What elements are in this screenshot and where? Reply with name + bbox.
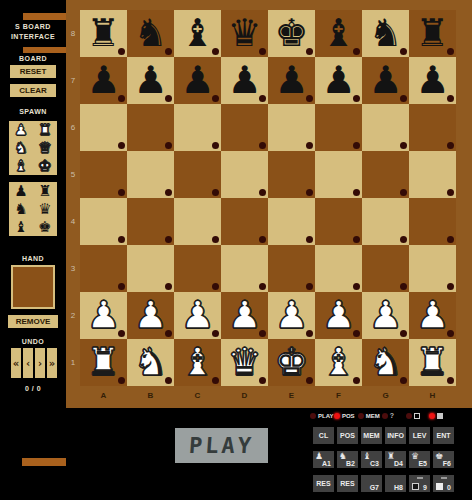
square-d5[interactable] xyxy=(221,151,268,198)
sensor-dot xyxy=(306,189,313,196)
square-h1[interactable]: ♜ xyxy=(409,339,456,386)
led-indicator-row: PLAYPOSMEM? xyxy=(310,411,470,420)
led-lit xyxy=(334,413,340,419)
square-c3[interactable] xyxy=(174,245,221,292)
sensor-dot xyxy=(118,189,125,196)
undo-controls: «‹›» xyxy=(11,348,57,378)
square-b6[interactable] xyxy=(127,104,174,151)
led-lit xyxy=(429,413,435,419)
spawn-white-knight[interactable]: ♞ xyxy=(9,139,33,157)
sensor-dot xyxy=(447,95,454,102)
spawn-white-bishop[interactable]: ♝ xyxy=(9,157,33,175)
sensor-dot xyxy=(165,95,172,102)
square-d4[interactable] xyxy=(221,198,268,245)
sensor-dot xyxy=(353,377,360,384)
square-h2[interactable]: ♟ xyxy=(409,292,456,339)
filled-square-icon xyxy=(437,413,443,419)
square-d7[interactable]: ♟ xyxy=(221,57,268,104)
rank-label-5: 5 xyxy=(66,151,80,198)
square-d1[interactable]: ♛ xyxy=(221,339,268,386)
square-f6[interactable] xyxy=(315,104,362,151)
key-label: 9 xyxy=(423,484,427,491)
square-d3[interactable] xyxy=(221,245,268,292)
black-square-icon xyxy=(412,483,419,490)
hand-slot[interactable] xyxy=(11,265,55,309)
square-e5[interactable] xyxy=(268,151,315,198)
keypad-row-2: ♟A1♞B2♝C3♜D4♛E5♚F6 xyxy=(313,451,454,468)
file-label-F: F xyxy=(315,386,362,406)
led-dim xyxy=(358,413,364,419)
sensor-dot xyxy=(165,377,172,384)
sensor-dot xyxy=(306,330,313,337)
led-dim xyxy=(406,413,412,419)
interface-title-line2: INTERFACE xyxy=(0,33,66,40)
square-g3[interactable] xyxy=(362,245,409,292)
piece-glyph: ♟ xyxy=(14,182,27,200)
key-label: A1 xyxy=(322,460,331,467)
sensor-dot xyxy=(306,283,313,290)
square-e3[interactable] xyxy=(268,245,315,292)
sensor-dot xyxy=(118,283,125,290)
square-g1[interactable]: ♞ xyxy=(362,339,409,386)
square-g8[interactable]: ♞ xyxy=(362,10,409,57)
rank-label-8: 8 xyxy=(66,10,80,57)
square-a4[interactable] xyxy=(80,198,127,245)
square-d6[interactable] xyxy=(221,104,268,151)
square-a1[interactable]: ♜ xyxy=(80,339,127,386)
sensor-dot xyxy=(259,283,266,290)
dash-icon xyxy=(417,477,423,479)
res-key-2[interactable]: RES xyxy=(337,475,358,492)
spawn-black-queen[interactable]: ♛ xyxy=(33,200,57,218)
indicator-label: MEM xyxy=(366,413,380,419)
square-g7[interactable]: ♟ xyxy=(362,57,409,104)
square-b4[interactable] xyxy=(127,198,174,245)
c3-key[interactable]: ♝C3 xyxy=(361,451,382,468)
square-f7[interactable]: ♟ xyxy=(315,57,362,104)
ent-key[interactable]: ENT xyxy=(433,427,454,444)
spawn-white-queen[interactable]: ♛ xyxy=(33,139,57,157)
key-label: B2 xyxy=(346,460,355,467)
key-label: G7 xyxy=(370,484,379,491)
keypad-row-3: RESRESG7H890 xyxy=(313,475,454,492)
spawn-palette-black: ♟♜♞♛♝♚ xyxy=(9,182,57,236)
sensor-dot xyxy=(400,189,407,196)
square-f4[interactable] xyxy=(315,198,362,245)
square-a3[interactable] xyxy=(80,245,127,292)
square-b1[interactable]: ♞ xyxy=(127,339,174,386)
square-f3[interactable] xyxy=(315,245,362,292)
rank-label-2: 2 xyxy=(66,292,80,339)
square-c1[interactable]: ♝ xyxy=(174,339,221,386)
sensor-dot xyxy=(306,95,313,102)
sensor-dot xyxy=(165,48,172,55)
keypad-row-1: CLPOSMEMINFOLEVENT xyxy=(313,427,454,444)
9-key[interactable]: 9 xyxy=(409,475,430,492)
spawn-white-rook[interactable]: ♜ xyxy=(33,121,57,139)
square-c2[interactable]: ♟ xyxy=(174,292,221,339)
square-c5[interactable] xyxy=(174,151,221,198)
remove-button[interactable]: REMOVE xyxy=(8,315,58,328)
square-c4[interactable] xyxy=(174,198,221,245)
sensor-dot xyxy=(118,330,125,337)
square-b8[interactable]: ♞ xyxy=(127,10,174,57)
sensor-dot xyxy=(447,377,454,384)
sensor-dot xyxy=(212,95,219,102)
undo-count: 0 / 0 xyxy=(0,385,66,392)
square-h8[interactable]: ♜ xyxy=(409,10,456,57)
square-b5[interactable] xyxy=(127,151,174,198)
rank-label-4: 4 xyxy=(66,198,80,245)
sensor-dot xyxy=(212,377,219,384)
square-a6[interactable] xyxy=(80,104,127,151)
square-e6[interactable] xyxy=(268,104,315,151)
sensor-dot xyxy=(259,48,266,55)
square-h6[interactable] xyxy=(409,104,456,151)
square-c6[interactable] xyxy=(174,104,221,151)
hand-section-label: HAND xyxy=(0,255,66,262)
lcd-text: PLAY xyxy=(188,433,255,458)
sensor-dot xyxy=(118,142,125,149)
piece-glyph: ♚ xyxy=(38,157,51,175)
spawn-black-bishop[interactable]: ♝ xyxy=(9,218,33,236)
info-key[interactable]: INFO xyxy=(385,427,406,444)
spawn-white-king[interactable]: ♚ xyxy=(33,157,57,175)
key-label: D4 xyxy=(394,460,403,467)
sensor-dot xyxy=(447,48,454,55)
key-label: F6 xyxy=(443,460,451,467)
indicator-label: PLAY xyxy=(318,413,333,419)
sensor-dot xyxy=(353,95,360,102)
undo-first-button[interactable]: « xyxy=(11,348,21,378)
piece-glyph: ♛ xyxy=(38,139,51,157)
piece-glyph: ♞ xyxy=(14,200,27,218)
square-c8[interactable]: ♝ xyxy=(174,10,221,57)
spawn-black-knight[interactable]: ♞ xyxy=(9,200,33,218)
key-label: 0 xyxy=(447,484,451,491)
sidebar-top-bar xyxy=(23,13,66,20)
square-f2[interactable]: ♟ xyxy=(315,292,362,339)
piece-glyph: ♝ xyxy=(14,157,27,175)
undo-back-button[interactable]: ‹ xyxy=(23,348,33,378)
lcd-display: PLAY xyxy=(175,428,268,463)
sensor-dot xyxy=(306,377,313,384)
board-frame: 87654321 ♜♞♝♛♚♝♞♜♟♟♟♟♟♟♟♟♟♟♟♟♟♟♟♟♜♞♝♛♚♝♞… xyxy=(66,0,472,408)
f6-key[interactable]: ♚F6 xyxy=(433,451,454,468)
sensor-dot xyxy=(353,283,360,290)
undo-forward-button[interactable]: › xyxy=(35,348,45,378)
spawn-palette-white: ♟♜♞♛♝♚ xyxy=(9,121,57,175)
sensor-dot xyxy=(259,142,266,149)
lev-key[interactable]: LEV xyxy=(409,427,430,444)
square-b3[interactable] xyxy=(127,245,174,292)
sensor-dot xyxy=(165,189,172,196)
b2-key[interactable]: ♞B2 xyxy=(337,451,358,468)
spawn-white-pawn[interactable]: ♟ xyxy=(9,121,33,139)
sensor-dot xyxy=(118,48,125,55)
square-e2[interactable]: ♟ xyxy=(268,292,315,339)
sidebar-divider-bar xyxy=(23,47,66,53)
file-label-E: E xyxy=(268,386,315,406)
rank-label-3: 3 xyxy=(66,245,80,292)
undo-last-button[interactable]: » xyxy=(47,348,57,378)
key-label: H8 xyxy=(394,484,403,491)
file-label-H: H xyxy=(409,386,456,406)
file-label-B: B xyxy=(127,386,174,406)
spawn-black-pawn[interactable]: ♟ xyxy=(9,182,33,200)
square-h3[interactable] xyxy=(409,245,456,292)
square-c7[interactable]: ♟ xyxy=(174,57,221,104)
sensor-dot xyxy=(400,236,407,243)
square-d2[interactable]: ♟ xyxy=(221,292,268,339)
square-g5[interactable] xyxy=(362,151,409,198)
chess-board: ♜♞♝♛♚♝♞♜♟♟♟♟♟♟♟♟♟♟♟♟♟♟♟♟♜♞♝♛♚♝♞♜ xyxy=(80,10,456,386)
key-label: LEV xyxy=(409,427,430,444)
key-label: E5 xyxy=(418,460,427,467)
sensor-dot xyxy=(165,330,172,337)
sensor-dot xyxy=(212,283,219,290)
square-g4[interactable] xyxy=(362,198,409,245)
sensor-dot xyxy=(212,142,219,149)
piece-glyph: ♟ xyxy=(14,121,27,139)
rank-label-1: 1 xyxy=(66,339,80,386)
key-label: POS xyxy=(337,427,358,444)
led-dim xyxy=(310,413,316,419)
pos-key[interactable]: POS xyxy=(337,427,358,444)
sensor-dot xyxy=(447,236,454,243)
sensor-dot xyxy=(400,377,407,384)
indicator-question: ? xyxy=(382,411,406,420)
file-label-A: A xyxy=(80,386,127,406)
indicator-square-filled xyxy=(429,411,453,420)
square-a5[interactable] xyxy=(80,151,127,198)
sensor-dot xyxy=(212,330,219,337)
sensor-dot xyxy=(400,95,407,102)
sensor-dot xyxy=(165,236,172,243)
cl-key[interactable]: CL xyxy=(313,427,334,444)
led-dim xyxy=(382,413,388,419)
file-label-G: G xyxy=(362,386,409,406)
piece-glyph: ♚ xyxy=(38,218,51,236)
square-f1[interactable]: ♝ xyxy=(315,339,362,386)
square-d8[interactable]: ♛ xyxy=(221,10,268,57)
piece-glyph: ♞ xyxy=(14,139,27,157)
sensor-dot xyxy=(259,377,266,384)
square-e1[interactable]: ♚ xyxy=(268,339,315,386)
sensor-dot xyxy=(118,95,125,102)
sensor-dot xyxy=(259,236,266,243)
square-g6[interactable] xyxy=(362,104,409,151)
square-a8[interactable]: ♜ xyxy=(80,10,127,57)
sensor-dot xyxy=(353,48,360,55)
g7-key[interactable]: G7 xyxy=(361,475,382,492)
key-label: C3 xyxy=(370,460,379,467)
spawn-section-label: SPAWN xyxy=(0,108,66,115)
sensor-dot xyxy=(400,142,407,149)
spawn-black-king[interactable]: ♚ xyxy=(33,218,57,236)
square-h4[interactable] xyxy=(409,198,456,245)
sensor-dot xyxy=(353,189,360,196)
sensor-dot xyxy=(447,330,454,337)
square-h7[interactable]: ♟ xyxy=(409,57,456,104)
sensor-dot xyxy=(306,48,313,55)
sensor-dot xyxy=(118,236,125,243)
square-a7[interactable]: ♟ xyxy=(80,57,127,104)
square-e8[interactable]: ♚ xyxy=(268,10,315,57)
indicator-mem: MEM xyxy=(358,411,382,420)
key-label: MEM xyxy=(361,427,382,444)
sensor-dot xyxy=(353,236,360,243)
key-label: RES xyxy=(313,475,334,492)
sensor-dot xyxy=(259,330,266,337)
sensor-dot xyxy=(259,189,266,196)
indicator-pos: POS xyxy=(334,411,358,420)
square-f8[interactable]: ♝ xyxy=(315,10,362,57)
sensor-dot xyxy=(306,236,313,243)
indicator-play: PLAY xyxy=(310,411,334,420)
board-section-label: BOARD xyxy=(0,55,66,62)
white-square-icon xyxy=(436,483,443,490)
sensor-dot xyxy=(353,330,360,337)
square-h5[interactable] xyxy=(409,151,456,198)
square-b7[interactable]: ♟ xyxy=(127,57,174,104)
sensor-dot xyxy=(306,142,313,149)
file-label-D: D xyxy=(221,386,268,406)
sensor-dot xyxy=(212,48,219,55)
interface-title-line1: S BOARD xyxy=(0,23,66,30)
question-icon: ? xyxy=(390,412,394,419)
key-label: CL xyxy=(313,427,334,444)
square-a2[interactable]: ♟ xyxy=(80,292,127,339)
a1-key[interactable]: ♟A1 xyxy=(313,451,334,468)
square-g2[interactable]: ♟ xyxy=(362,292,409,339)
e5-key[interactable]: ♛E5 xyxy=(409,451,430,468)
indicator-label: POS xyxy=(342,413,355,419)
sensor-dot xyxy=(212,189,219,196)
sensor-dot xyxy=(400,330,407,337)
sensor-dot xyxy=(165,283,172,290)
rank-label-7: 7 xyxy=(66,57,80,104)
sensor-dot xyxy=(400,283,407,290)
mem-key[interactable]: MEM xyxy=(361,427,382,444)
0-key[interactable]: 0 xyxy=(433,475,454,492)
key-label: ENT xyxy=(433,427,454,444)
sensor-dot xyxy=(118,377,125,384)
sidebar-bottom-bar xyxy=(22,458,66,466)
sensor-dot xyxy=(447,142,454,149)
rank-label-6: 6 xyxy=(66,104,80,151)
sensor-dot xyxy=(447,283,454,290)
clear-button[interactable]: CLEAR xyxy=(10,84,56,97)
sensor-dot xyxy=(400,48,407,55)
white-square-icon xyxy=(414,413,420,419)
key-label: INFO xyxy=(385,427,406,444)
d4-key[interactable]: ♜D4 xyxy=(385,451,406,468)
sensor-dot xyxy=(447,189,454,196)
square-b2[interactable]: ♟ xyxy=(127,292,174,339)
file-label-C: C xyxy=(174,386,221,406)
reset-button[interactable]: RESET xyxy=(10,65,56,78)
piece-glyph: ♛ xyxy=(38,200,51,218)
h8-key[interactable]: H8 xyxy=(385,475,406,492)
square-e7[interactable]: ♟ xyxy=(268,57,315,104)
sensor-dot xyxy=(353,142,360,149)
piece-glyph: ♜ xyxy=(38,121,51,139)
piece-glyph: ♜ xyxy=(38,182,51,200)
res-key-1[interactable]: RES xyxy=(313,475,334,492)
key-label: RES xyxy=(337,475,358,492)
indicator-square-outline xyxy=(406,411,430,420)
sensor-dot xyxy=(259,95,266,102)
sensor-dot xyxy=(212,236,219,243)
spawn-black-rook[interactable]: ♜ xyxy=(33,182,57,200)
undo-section-label: UNDO xyxy=(0,338,66,345)
piece-glyph: ♝ xyxy=(14,218,27,236)
dash-icon xyxy=(441,477,447,479)
sensor-dot xyxy=(165,142,172,149)
square-f5[interactable] xyxy=(315,151,362,198)
square-e4[interactable] xyxy=(268,198,315,245)
